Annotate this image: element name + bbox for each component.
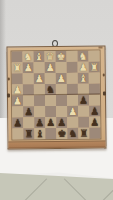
- square-h1: [89, 128, 100, 139]
- piece-white-bishop: ♝: [35, 51, 44, 62]
- square-h8: [89, 51, 100, 62]
- square-d1: [45, 128, 56, 139]
- piece-white-pawn: ♟: [13, 95, 22, 106]
- square-a1: [12, 128, 23, 139]
- square-f4: [67, 95, 78, 106]
- square-b2: [23, 117, 34, 128]
- hinge-right-icon: [103, 91, 106, 95]
- photo-scene: ♞♝♛♚♞♜♟♟♟♜♟♟♝♟♞♟♟♟♟♟♟♟♟♟♟♜♝♚♞♜: [0, 0, 113, 200]
- square-d6: [45, 73, 56, 84]
- square-f1: ♞: [67, 128, 78, 139]
- piece-black-bishop: ♝: [35, 128, 44, 139]
- square-h7: ♜: [89, 62, 100, 73]
- square-g1: ♜: [78, 128, 89, 139]
- piece-black-rook: ♜: [24, 128, 33, 139]
- piece-white-pawn: ♟: [79, 62, 88, 73]
- square-a6: [12, 73, 23, 84]
- piece-white-pawn: ♟: [35, 73, 44, 84]
- square-d2: ♟: [45, 117, 56, 128]
- square-a3: [12, 106, 23, 117]
- piece-black-pawn: ♟: [90, 106, 99, 117]
- piece-white-rook: ♜: [90, 62, 99, 73]
- square-h2: ♟: [89, 117, 100, 128]
- square-b7: ♟: [23, 62, 34, 73]
- piece-black-pawn: ♟: [13, 117, 22, 128]
- square-e1: ♚: [56, 128, 67, 139]
- piece-white-pawn: ♟: [46, 62, 55, 73]
- square-g7: ♟: [78, 62, 89, 73]
- square-c8: ♝: [34, 51, 45, 62]
- square-g4: ♟: [78, 95, 89, 106]
- square-a7: ♜: [12, 62, 23, 73]
- piece-black-rook: ♜: [79, 128, 88, 139]
- square-b6: [23, 73, 34, 84]
- square-f8: [67, 51, 78, 62]
- piece-white-king: ♚: [57, 51, 66, 62]
- piece-black-pawn: ♟: [24, 106, 33, 117]
- square-f2: [67, 117, 78, 128]
- piece-black-king: ♚: [57, 128, 66, 139]
- square-g2: [78, 117, 89, 128]
- hinge-left-icon: [7, 93, 10, 97]
- square-e2: ♟: [56, 117, 67, 128]
- square-e7: [56, 62, 67, 73]
- piece-white-rook: ♜: [13, 62, 22, 73]
- square-a4: ♟: [12, 95, 23, 106]
- square-d7: ♟: [45, 62, 56, 73]
- tile-grout-line: [14, 178, 47, 200]
- piece-black-knight: ♞: [68, 128, 77, 139]
- square-c3: [34, 106, 45, 117]
- chess-board: ♞♝♛♚♞♜♟♟♟♜♟♟♝♟♞♟♟♟♟♟♟♟♟♟♟♜♝♚♞♜: [6, 45, 106, 149]
- tile-grout-line: [64, 178, 97, 200]
- square-g6: ♝: [78, 73, 89, 84]
- square-f3: ♟: [67, 106, 78, 117]
- square-d8: ♛: [45, 51, 56, 62]
- square-g3: [78, 106, 89, 117]
- board-box-edge: [8, 140, 105, 148]
- square-c2: ♟: [34, 117, 45, 128]
- piece-black-pawn: ♟: [57, 117, 66, 128]
- piece-white-pawn: ♟: [57, 73, 66, 84]
- square-b1: ♜: [23, 128, 34, 139]
- square-a8: [12, 51, 23, 62]
- piece-black-pawn: ♟: [35, 117, 44, 128]
- square-d4: [45, 95, 56, 106]
- square-c4: [34, 95, 45, 106]
- latch-mark-right: [103, 73, 105, 76]
- piece-white-bishop: ♝: [79, 73, 88, 84]
- square-c7: [34, 62, 45, 73]
- square-e6: ♟: [56, 73, 67, 84]
- piece-black-pawn: ♟: [90, 117, 99, 128]
- square-e8: ♚: [56, 51, 67, 62]
- piece-white-knight: ♞: [24, 51, 33, 62]
- piece-white-queen: ♛: [46, 51, 55, 62]
- piece-black-pawn: ♟: [79, 95, 88, 106]
- piece-white-pawn: ♟: [68, 106, 77, 117]
- square-d3: [45, 106, 56, 117]
- square-b4: [23, 95, 34, 106]
- square-b3: ♟: [23, 106, 34, 117]
- piece-white-knight: ♞: [79, 51, 88, 62]
- square-a2: ♟: [12, 117, 23, 128]
- square-f7: [67, 62, 78, 73]
- square-h3: ♟: [89, 106, 100, 117]
- square-b8: ♞: [23, 51, 34, 62]
- square-e4: [56, 95, 67, 106]
- square-g8: ♞: [78, 51, 89, 62]
- square-c6: ♟: [34, 73, 45, 84]
- frame-corner-mark: [98, 47, 102, 49]
- tile-grout-line: [97, 187, 113, 200]
- square-e3: [56, 106, 67, 117]
- piece-black-pawn: ♟: [46, 117, 55, 128]
- square-h4: [89, 95, 100, 106]
- square-h6: [89, 73, 100, 84]
- latch-mark-left: [8, 77, 10, 80]
- square-c1: ♝: [34, 128, 45, 139]
- piece-white-pawn: ♟: [24, 62, 33, 73]
- square-f6: [67, 73, 78, 84]
